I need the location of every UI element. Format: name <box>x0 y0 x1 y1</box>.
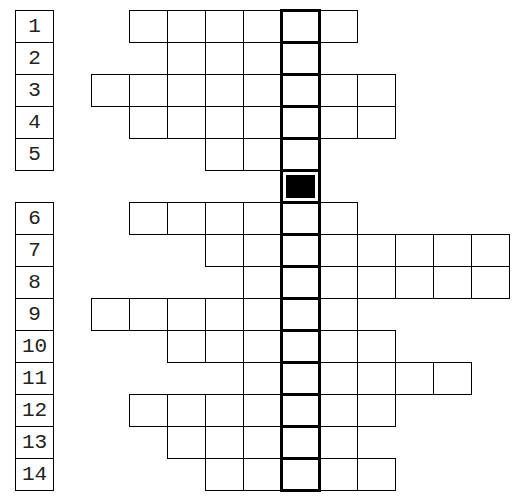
grid-cell[interactable] <box>167 426 206 459</box>
row-number-box: 3 <box>15 74 54 107</box>
grid-cell[interactable] <box>243 234 282 267</box>
grid-cell[interactable] <box>319 458 358 491</box>
grid-cell[interactable] <box>243 74 282 107</box>
grid-cell[interactable] <box>205 426 244 459</box>
grid-cell[interactable] <box>357 394 396 427</box>
grid-cell[interactable] <box>319 74 358 107</box>
row-number-box: 1 <box>15 10 54 43</box>
grid-cell[interactable] <box>167 10 206 43</box>
grid-cell[interactable] <box>129 106 168 139</box>
row-number-box: 11 <box>15 362 54 395</box>
solution-column-cell[interactable] <box>280 9 321 44</box>
grid-cell[interactable] <box>319 330 358 363</box>
solution-column-cell[interactable] <box>280 393 321 428</box>
grid-cell[interactable] <box>205 394 244 427</box>
grid-cell[interactable] <box>319 106 358 139</box>
solution-column-cell[interactable] <box>280 137 321 172</box>
grid-cell[interactable] <box>433 234 472 267</box>
crossword-grid: 1234567891011121314 <box>15 10 509 490</box>
grid-cell[interactable] <box>357 266 396 299</box>
solution-column-cell[interactable] <box>280 457 321 492</box>
grid-cell[interactable] <box>205 10 244 43</box>
row-number-label: 14 <box>22 464 47 485</box>
grid-cell[interactable] <box>167 106 206 139</box>
grid-cell[interactable] <box>357 362 396 395</box>
solution-column-cell[interactable] <box>280 41 321 76</box>
puzzle-page: 1234567891011121314 <box>0 0 530 501</box>
grid-cell[interactable] <box>167 42 206 75</box>
black-cell <box>280 169 321 204</box>
grid-cell[interactable] <box>167 202 206 235</box>
grid-cell[interactable] <box>395 234 434 267</box>
row-number-box: 2 <box>15 42 54 75</box>
solution-column-cell[interactable] <box>280 105 321 140</box>
row-number-label: 12 <box>22 400 47 421</box>
row-number-label: 5 <box>28 144 41 165</box>
row-number-label: 8 <box>28 272 41 293</box>
grid-cell[interactable] <box>357 74 396 107</box>
solution-column-cell[interactable] <box>280 233 321 268</box>
grid-cell[interactable] <box>205 42 244 75</box>
solution-column-cell[interactable] <box>280 201 321 236</box>
grid-cell[interactable] <box>243 138 282 171</box>
grid-cell[interactable] <box>205 74 244 107</box>
grid-cell[interactable] <box>319 234 358 267</box>
grid-cell[interactable] <box>319 202 358 235</box>
grid-cell[interactable] <box>319 426 358 459</box>
row-number-box: 14 <box>15 458 54 491</box>
grid-cell[interactable] <box>243 202 282 235</box>
grid-cell[interactable] <box>243 10 282 43</box>
row-number-box: 10 <box>15 330 54 363</box>
grid-cell[interactable] <box>471 266 510 299</box>
solution-column-cell[interactable] <box>280 425 321 460</box>
row-number-label: 13 <box>22 432 47 453</box>
grid-cell[interactable] <box>167 74 206 107</box>
grid-cell[interactable] <box>205 138 244 171</box>
grid-cell[interactable] <box>167 394 206 427</box>
row-number-label: 9 <box>28 304 41 325</box>
grid-cell[interactable] <box>243 330 282 363</box>
grid-cell[interactable] <box>357 458 396 491</box>
black-fill <box>286 175 315 198</box>
grid-cell[interactable] <box>433 266 472 299</box>
row-number-label: 6 <box>28 208 41 229</box>
grid-cell[interactable] <box>205 106 244 139</box>
grid-cell[interactable] <box>243 362 282 395</box>
grid-cell[interactable] <box>91 298 130 331</box>
grid-cell[interactable] <box>91 74 130 107</box>
grid-cell[interactable] <box>243 298 282 331</box>
grid-cell[interactable] <box>129 74 168 107</box>
grid-cell[interactable] <box>205 234 244 267</box>
row-number-label: 2 <box>28 48 41 69</box>
grid-cell[interactable] <box>357 234 396 267</box>
row-number-label: 11 <box>22 368 47 389</box>
grid-cell[interactable] <box>395 362 434 395</box>
row-number-box: 12 <box>15 394 54 427</box>
row-number-box: 7 <box>15 234 54 267</box>
solution-column-cell[interactable] <box>280 265 321 300</box>
grid-cell[interactable] <box>205 202 244 235</box>
grid-cell[interactable] <box>357 106 396 139</box>
solution-column-cell[interactable] <box>280 73 321 108</box>
grid-cell[interactable] <box>319 362 358 395</box>
grid-cell[interactable] <box>129 10 168 43</box>
grid-cell[interactable] <box>357 330 396 363</box>
row-number-box: 9 <box>15 298 54 331</box>
grid-cell[interactable] <box>205 330 244 363</box>
grid-cell[interactable] <box>167 330 206 363</box>
grid-cell[interactable] <box>129 298 168 331</box>
solution-column-cell[interactable] <box>280 361 321 396</box>
grid-cell[interactable] <box>433 362 472 395</box>
grid-cell[interactable] <box>205 458 244 491</box>
row-number-box: 13 <box>15 426 54 459</box>
grid-cell[interactable] <box>205 298 244 331</box>
grid-cell[interactable] <box>243 458 282 491</box>
row-number-label: 1 <box>28 16 41 37</box>
grid-cell[interactable] <box>243 266 282 299</box>
grid-cell[interactable] <box>319 266 358 299</box>
row-number-label: 4 <box>28 112 41 133</box>
row-number-label: 7 <box>28 240 41 261</box>
row-number-box: 8 <box>15 266 54 299</box>
solution-column-cell[interactable] <box>280 297 321 332</box>
solution-column-cell[interactable] <box>280 329 321 364</box>
grid-cell[interactable] <box>471 234 510 267</box>
row-number-box: 6 <box>15 202 54 235</box>
row-number-box: 5 <box>15 138 54 171</box>
grid-cell[interactable] <box>243 426 282 459</box>
row-number-label: 10 <box>22 336 47 357</box>
grid-cell[interactable] <box>319 10 358 43</box>
grid-cell[interactable] <box>243 106 282 139</box>
grid-cell[interactable] <box>319 394 358 427</box>
grid-cell[interactable] <box>243 42 282 75</box>
grid-cell[interactable] <box>395 266 434 299</box>
grid-cell[interactable] <box>129 394 168 427</box>
grid-cell[interactable] <box>167 298 206 331</box>
row-number-box: 4 <box>15 106 54 139</box>
row-number-label: 3 <box>28 80 41 101</box>
grid-cell[interactable] <box>319 298 358 331</box>
grid-cell[interactable] <box>129 202 168 235</box>
grid-cell[interactable] <box>243 394 282 427</box>
